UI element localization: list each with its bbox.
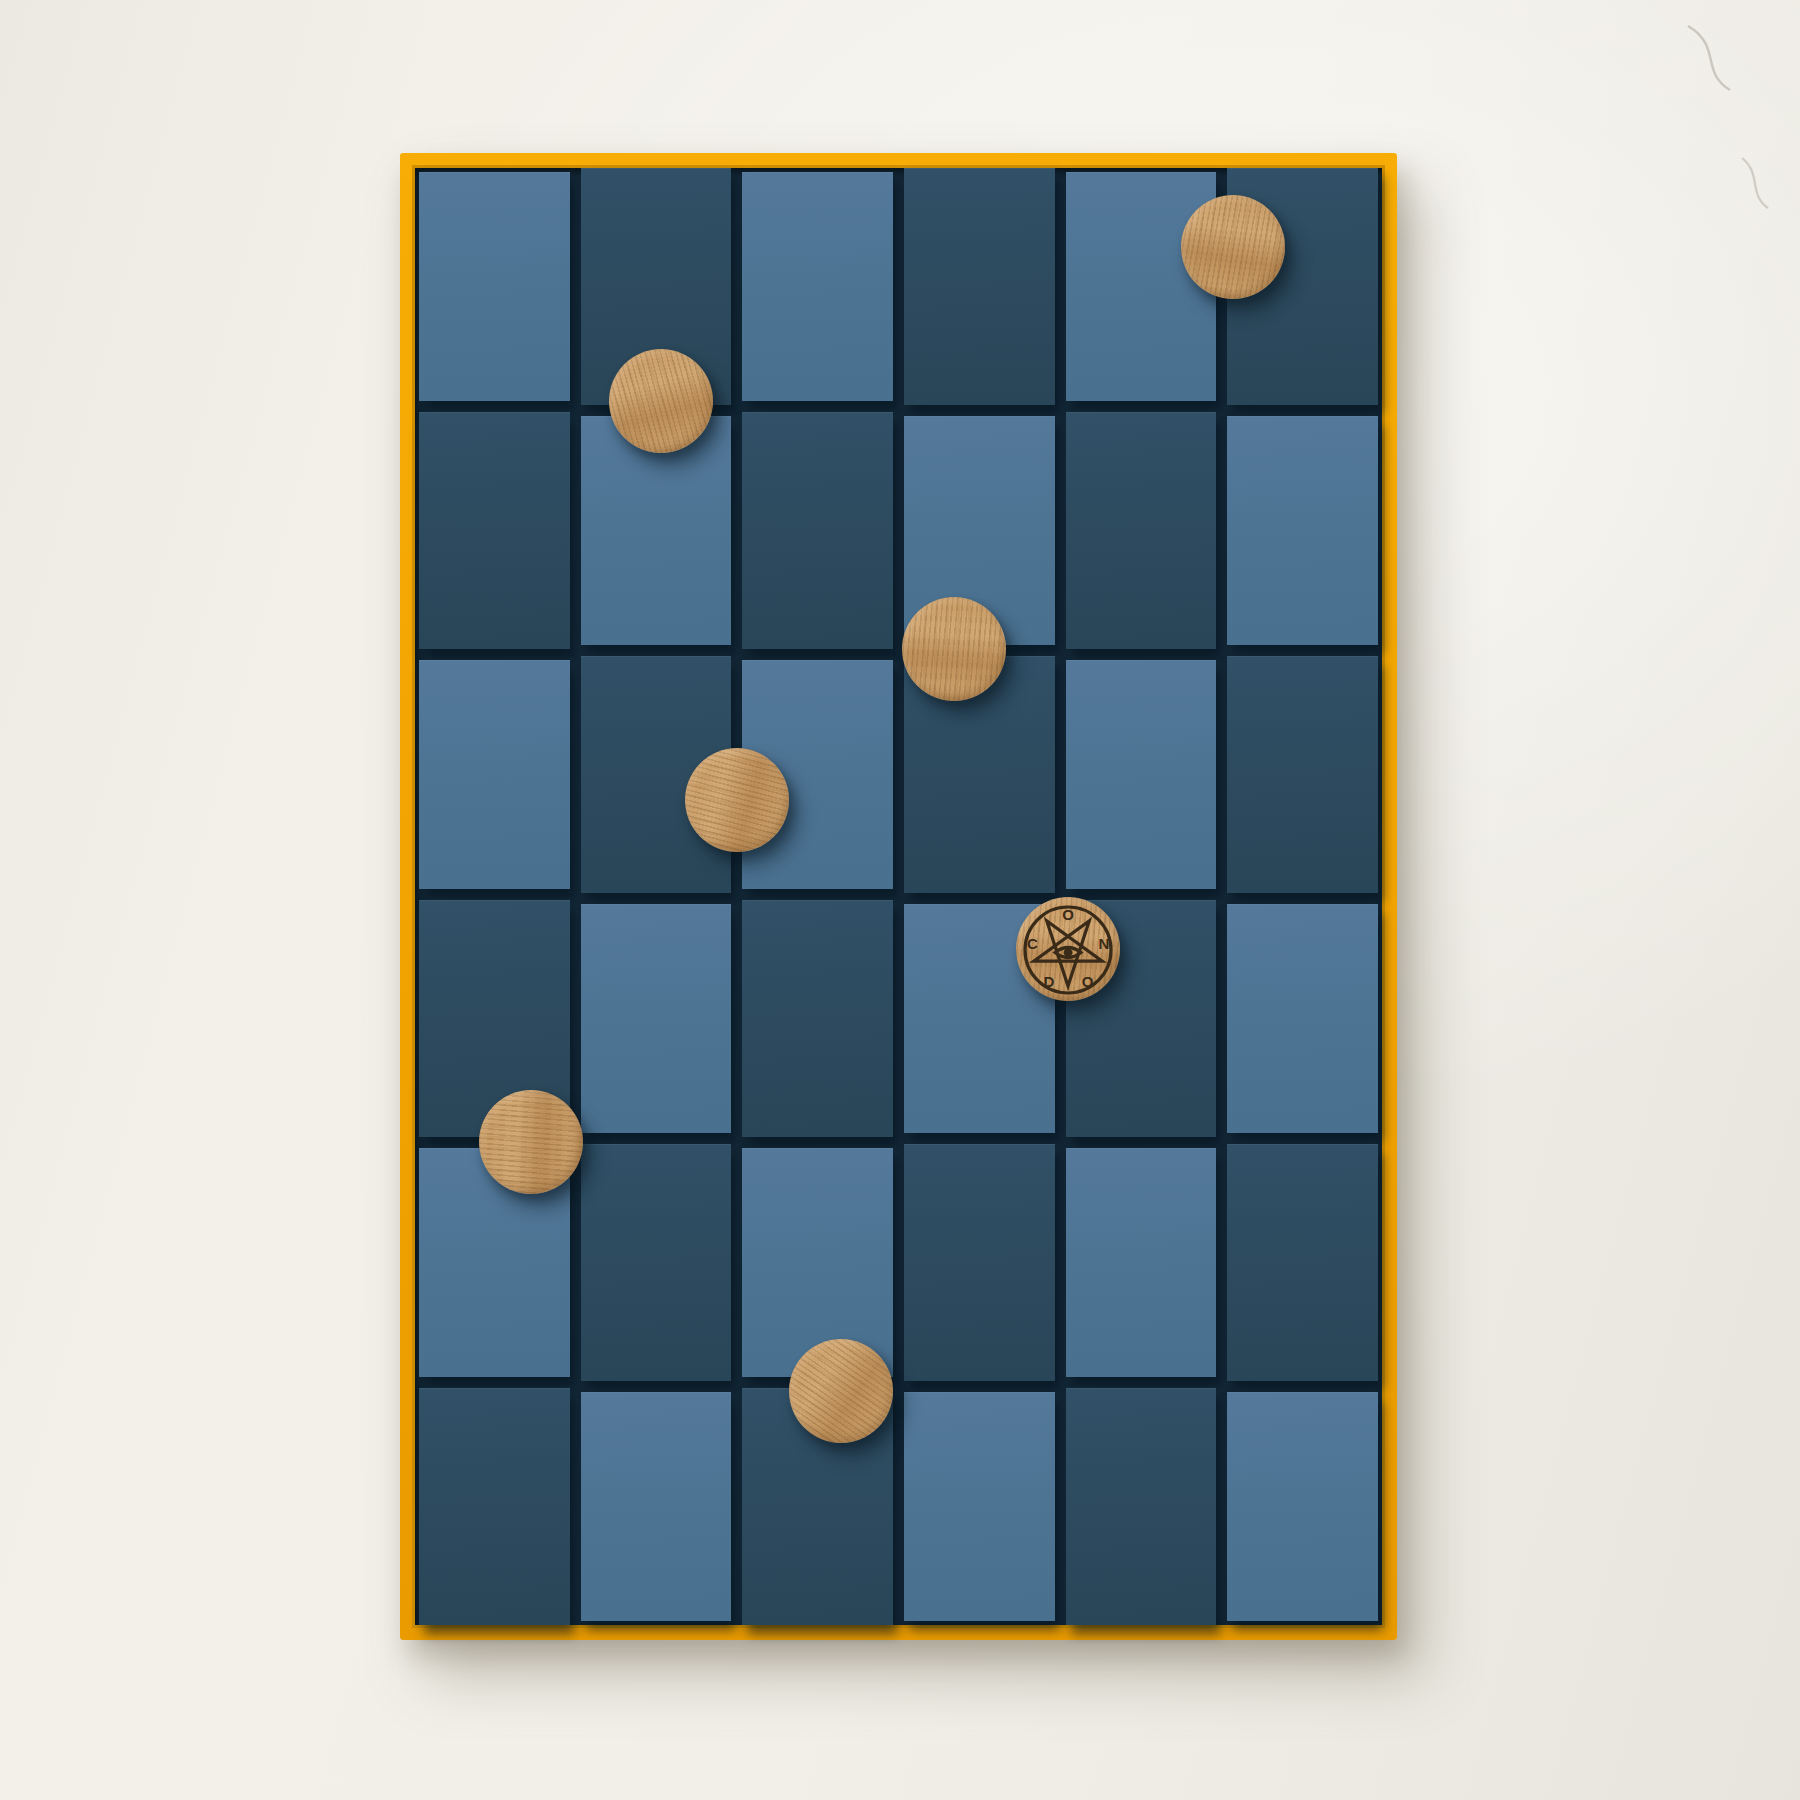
tile-f5[interactable] [1227,1144,1378,1381]
tile-c2[interactable] [742,412,893,649]
disc-b1[interactable] [609,349,713,453]
tile-e2[interactable] [1066,412,1217,649]
logo-letter-right: N [1099,935,1110,952]
disc-logo[interactable]: O N O D C [1016,897,1120,1001]
tile-f2[interactable] [1227,416,1378,645]
tile-d5[interactable] [904,1144,1055,1381]
logo-letter-top: O [1062,906,1074,923]
tile-f4[interactable] [1227,904,1378,1133]
tile-a3[interactable] [419,660,570,889]
tile-c1[interactable] [742,172,893,401]
frame-inner-lip [412,165,1385,1628]
disc-c6[interactable] [789,1339,893,1443]
tile-f6[interactable] [1227,1392,1378,1621]
tile-d6[interactable] [904,1392,1055,1621]
game-board: O N O D C [400,153,1397,1640]
logo-letter-left: C [1027,935,1038,952]
tile-e6[interactable] [1066,1388,1217,1625]
board-grid [419,172,1378,1621]
tile-c5[interactable] [742,1148,893,1377]
disc-d2[interactable] [902,597,1006,701]
logo-letter-bottom-right: O [1082,973,1094,990]
tile-f3[interactable] [1227,656,1378,893]
disc-a5[interactable] [479,1090,583,1194]
tile-a2[interactable] [419,412,570,649]
tile-a1[interactable] [419,172,570,401]
wall: O N O D C [0,0,1800,1800]
tile-b6[interactable] [581,1392,732,1621]
tile-b5[interactable] [581,1144,732,1381]
tile-e1[interactable] [1066,172,1217,401]
wall-crack-mark [1742,158,1768,208]
tile-b4[interactable] [581,904,732,1133]
tile-a6[interactable] [419,1388,570,1625]
tile-d1[interactable] [904,168,1055,405]
condo-logo-icon: O N O D C [1016,897,1120,1001]
eye-pupil-icon [1064,948,1073,957]
disc-c3[interactable] [685,748,789,852]
tile-e3[interactable] [1066,660,1217,889]
board-backing [415,168,1382,1625]
tile-c4[interactable] [742,900,893,1137]
wall-crack-mark [1688,26,1730,90]
logo-letter-bottom-left: D [1044,973,1055,990]
disc-f1[interactable] [1181,195,1285,299]
tile-e5[interactable] [1066,1148,1217,1377]
